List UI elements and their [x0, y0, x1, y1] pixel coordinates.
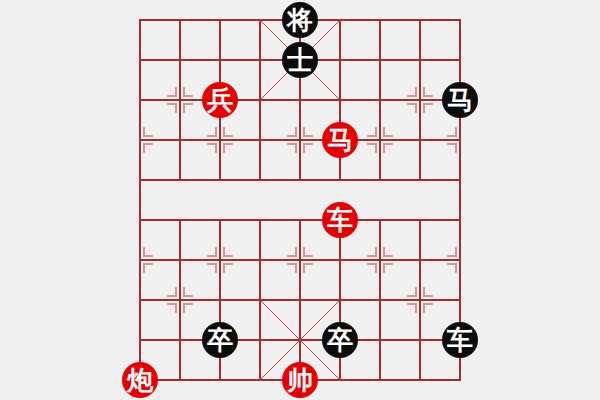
piece-red-general[interactable]: 帅 — [282, 362, 318, 398]
piece-black-chariot[interactable]: 车 — [442, 322, 478, 358]
piece-red-soldier[interactable]: 兵 — [202, 82, 238, 118]
piece-black-horse[interactable]: 马 — [442, 82, 478, 118]
xiangqi-board-page: 将士兵马马车卒卒车炮帅 — [0, 0, 600, 400]
piece-red-horse[interactable]: 马 — [322, 122, 358, 158]
piece-black-soldier-f[interactable]: 卒 — [322, 322, 358, 358]
piece-black-soldier-c[interactable]: 卒 — [202, 322, 238, 358]
piece-black-general[interactable]: 将 — [282, 2, 318, 38]
piece-red-chariot[interactable]: 车 — [322, 202, 358, 238]
piece-red-cannon[interactable]: 炮 — [122, 362, 158, 398]
piece-black-advisor[interactable]: 士 — [282, 42, 318, 78]
pieces-layer: 将士兵马马车卒卒车炮帅 — [0, 0, 600, 400]
